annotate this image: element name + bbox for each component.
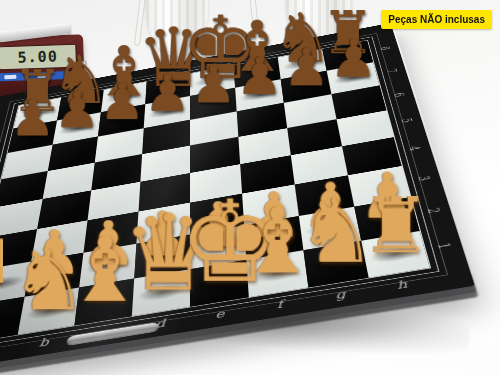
square-h1: ♜ xyxy=(361,231,430,278)
white-rook: ♜ xyxy=(354,196,436,258)
file-label-g: g xyxy=(309,284,373,308)
clock-rocker-lever xyxy=(0,23,71,43)
file-label-b: b xyxy=(14,332,74,356)
file-label-a: a xyxy=(0,341,17,365)
file-label-h: h xyxy=(370,274,435,298)
not-included-badge: Peças NÃO inclusas xyxy=(381,10,492,29)
product-photo-scene: 5.00 ♜♞♝♛♚♝♞♜♟♟♟♟♟♟♟♟♟♟♟♟♟♟♟♟♜♞♝♛♚♝♞♜ ab… xyxy=(0,0,500,375)
board-grid: ♜♞♝♛♚♝♞♜♟♟♟♟♟♟♟♟♟♟♟♟♟♟♟♟♜♞♝♛♚♝♞♜ xyxy=(0,41,430,344)
